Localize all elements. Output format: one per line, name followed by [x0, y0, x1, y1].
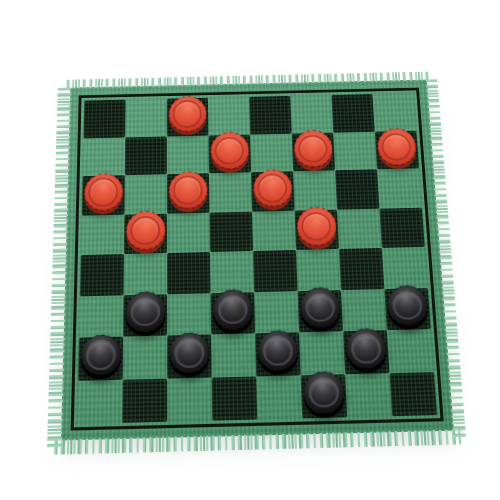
black-checker-r6c6[interactable]: [299, 288, 341, 329]
square-r2c6[interactable]: [292, 132, 335, 171]
square-r1c6: [290, 95, 333, 133]
square-r3c8: [377, 168, 422, 208]
square-r4c8[interactable]: [379, 207, 424, 248]
red-checker-r3c1[interactable]: [84, 173, 124, 211]
square-r6c2[interactable]: [123, 294, 167, 337]
square-r2c8[interactable]: [375, 130, 419, 169]
square-r5c3[interactable]: [167, 252, 211, 294]
printed-border-frame: [71, 88, 444, 431]
square-r2c3: [167, 135, 209, 174]
square-r6c3: [167, 293, 211, 336]
square-r6c7: [341, 289, 387, 332]
black-checker-r7c7[interactable]: [345, 328, 388, 369]
square-r1c4: [208, 97, 250, 135]
red-checker-r1c3[interactable]: [168, 96, 206, 132]
black-checker-r7c1[interactable]: [80, 334, 121, 376]
square-r8c6[interactable]: [301, 374, 348, 419]
black-checker-r6c8[interactable]: [386, 285, 429, 325]
square-r3c1[interactable]: [82, 175, 125, 215]
square-r1c3[interactable]: [167, 98, 209, 136]
square-r3c4: [209, 172, 252, 212]
square-r8c7: [345, 373, 392, 418]
fringe-top-edge: [66, 72, 430, 89]
black-checker-r6c2[interactable]: [125, 292, 165, 333]
square-r5c5[interactable]: [253, 250, 297, 292]
square-r5c2: [123, 253, 167, 295]
mat-fabric: [61, 80, 454, 441]
square-r6c1: [79, 295, 123, 338]
square-r7c6: [299, 331, 345, 375]
square-r2c7: [333, 131, 377, 170]
square-r7c7[interactable]: [343, 330, 389, 374]
square-r1c1[interactable]: [83, 100, 125, 138]
square-r4c2[interactable]: [124, 213, 167, 254]
red-checker-r3c3[interactable]: [169, 171, 208, 209]
red-checker-r2c6[interactable]: [293, 130, 333, 167]
square-r7c4: [211, 333, 256, 377]
square-r1c5[interactable]: [249, 96, 292, 134]
square-r2c4[interactable]: [208, 134, 251, 173]
checkers-board: [77, 93, 437, 424]
square-r3c5[interactable]: [251, 171, 294, 211]
black-checker-r8c6[interactable]: [302, 372, 345, 414]
product-photo-stage: [0, 0, 500, 500]
square-r2c5: [250, 133, 293, 172]
square-r6c5: [254, 291, 299, 334]
black-checker-r7c3[interactable]: [169, 332, 210, 374]
square-r1c7[interactable]: [331, 94, 374, 132]
square-r1c8: [372, 93, 416, 131]
square-r3c3[interactable]: [167, 173, 210, 213]
red-checker-r4c2[interactable]: [126, 211, 166, 250]
square-r2c1: [83, 137, 126, 176]
square-r6c4[interactable]: [211, 292, 256, 335]
square-r4c7: [337, 208, 382, 249]
square-r5c4: [210, 251, 254, 293]
square-r7c8: [387, 329, 434, 373]
square-r5c6: [296, 249, 341, 291]
black-checker-r7c5[interactable]: [257, 330, 299, 372]
square-r7c5[interactable]: [255, 332, 301, 376]
square-r4c1: [81, 214, 124, 255]
fringe-bottom-edge: [54, 429, 461, 454]
square-r8c2[interactable]: [122, 378, 167, 423]
red-checker-r3c5[interactable]: [253, 169, 293, 207]
square-r4c5: [252, 210, 296, 251]
black-checker-r6c4[interactable]: [212, 290, 253, 331]
square-r1c2: [125, 99, 167, 137]
square-r8c8[interactable]: [389, 372, 437, 417]
checkers-rug-mat: [61, 80, 454, 441]
square-r4c4[interactable]: [209, 211, 253, 252]
square-r5c8: [382, 247, 428, 289]
square-r3c2: [124, 174, 167, 214]
square-r8c4[interactable]: [212, 376, 258, 421]
square-r2c2[interactable]: [125, 136, 167, 175]
square-r7c2: [123, 335, 168, 379]
square-r8c5: [256, 375, 302, 420]
square-r7c3[interactable]: [167, 334, 212, 378]
square-r5c7[interactable]: [339, 248, 384, 290]
square-r8c1: [77, 379, 123, 424]
square-r3c6: [293, 170, 337, 210]
square-r3c7[interactable]: [335, 169, 379, 209]
square-r6c8[interactable]: [384, 288, 430, 331]
square-r6c6[interactable]: [297, 290, 342, 333]
square-r4c3: [167, 212, 210, 253]
square-r5c1[interactable]: [80, 254, 124, 296]
square-r4c6[interactable]: [294, 209, 338, 250]
red-checker-r2c8[interactable]: [376, 128, 417, 165]
square-r7c1[interactable]: [78, 337, 123, 381]
fringe-left-edge: [47, 84, 71, 447]
square-r8c3: [167, 377, 212, 422]
red-checker-r4c6[interactable]: [296, 207, 337, 246]
red-checker-r2c4[interactable]: [210, 132, 249, 169]
